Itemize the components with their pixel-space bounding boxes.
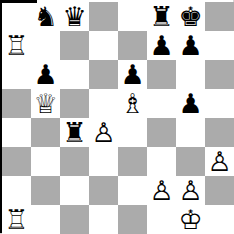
square-f4[interactable] bbox=[147, 118, 176, 147]
square-e5[interactable]: ♗ bbox=[118, 89, 147, 118]
chess-board: ♞♛♜♚♖♟♟♟♟♕♗♟♜♙♙♙♙♖♔ bbox=[2, 2, 234, 234]
square-h3[interactable]: ♙ bbox=[205, 147, 234, 176]
square-g6[interactable] bbox=[176, 60, 205, 89]
square-h7[interactable] bbox=[205, 31, 234, 60]
piece-white-pawn: ♙ bbox=[207, 147, 231, 176]
square-e3[interactable] bbox=[118, 147, 147, 176]
square-e4[interactable] bbox=[118, 118, 147, 147]
square-c7[interactable] bbox=[60, 31, 89, 60]
square-c3[interactable] bbox=[60, 147, 89, 176]
square-a7[interactable]: ♖ bbox=[2, 31, 31, 60]
square-b6[interactable]: ♟ bbox=[31, 60, 60, 89]
square-f3[interactable] bbox=[147, 147, 176, 176]
square-f8[interactable]: ♜ bbox=[147, 2, 176, 31]
piece-black-knight: ♞ bbox=[33, 2, 57, 31]
square-c1[interactable] bbox=[60, 205, 89, 234]
square-a6[interactable] bbox=[2, 60, 31, 89]
square-e2[interactable] bbox=[118, 176, 147, 205]
square-h4[interactable] bbox=[205, 118, 234, 147]
square-f2[interactable]: ♙ bbox=[147, 176, 176, 205]
square-f6[interactable] bbox=[147, 60, 176, 89]
square-c6[interactable] bbox=[60, 60, 89, 89]
square-b2[interactable] bbox=[31, 176, 60, 205]
square-a3[interactable] bbox=[2, 147, 31, 176]
square-g2[interactable]: ♙ bbox=[176, 176, 205, 205]
piece-black-rook: ♜ bbox=[62, 118, 86, 147]
square-g3[interactable] bbox=[176, 147, 205, 176]
piece-black-pawn: ♟ bbox=[120, 60, 144, 89]
square-a8[interactable] bbox=[2, 2, 31, 31]
square-b1[interactable] bbox=[31, 205, 60, 234]
square-d2[interactable] bbox=[89, 176, 118, 205]
square-h6[interactable] bbox=[205, 60, 234, 89]
square-d4[interactable]: ♙ bbox=[89, 118, 118, 147]
square-c5[interactable] bbox=[60, 89, 89, 118]
square-a4[interactable] bbox=[2, 118, 31, 147]
square-g1[interactable]: ♔ bbox=[176, 205, 205, 234]
square-e8[interactable] bbox=[118, 2, 147, 31]
piece-white-pawn: ♙ bbox=[178, 176, 202, 205]
piece-black-pawn: ♟ bbox=[33, 60, 57, 89]
piece-white-rook: ♖ bbox=[4, 31, 28, 60]
piece-black-king: ♚ bbox=[178, 2, 202, 31]
square-h5[interactable] bbox=[205, 89, 234, 118]
square-g8[interactable]: ♚ bbox=[176, 2, 205, 31]
square-e1[interactable] bbox=[118, 205, 147, 234]
piece-white-pawn: ♙ bbox=[91, 118, 115, 147]
board-frame-top-bar bbox=[0, 0, 37, 3]
square-a1[interactable]: ♖ bbox=[2, 205, 31, 234]
square-e7[interactable] bbox=[118, 31, 147, 60]
square-b5[interactable]: ♕ bbox=[31, 89, 60, 118]
square-d3[interactable] bbox=[89, 147, 118, 176]
piece-black-pawn: ♟ bbox=[178, 31, 202, 60]
piece-white-pawn: ♙ bbox=[149, 176, 173, 205]
square-d5[interactable] bbox=[89, 89, 118, 118]
square-h1[interactable] bbox=[205, 205, 234, 234]
square-g5[interactable]: ♟ bbox=[176, 89, 205, 118]
piece-white-rook: ♖ bbox=[4, 205, 28, 234]
square-b3[interactable] bbox=[31, 147, 60, 176]
piece-black-pawn: ♟ bbox=[149, 31, 173, 60]
square-d6[interactable] bbox=[89, 60, 118, 89]
square-e6[interactable]: ♟ bbox=[118, 60, 147, 89]
piece-white-queen: ♕ bbox=[33, 89, 57, 118]
square-g4[interactable] bbox=[176, 118, 205, 147]
square-b8[interactable]: ♞ bbox=[31, 2, 60, 31]
square-c8[interactable]: ♛ bbox=[60, 2, 89, 31]
square-a2[interactable] bbox=[2, 176, 31, 205]
piece-white-bishop: ♗ bbox=[120, 89, 144, 118]
square-h8[interactable] bbox=[205, 2, 234, 31]
piece-black-queen: ♛ bbox=[62, 2, 86, 31]
square-f7[interactable]: ♟ bbox=[147, 31, 176, 60]
square-c2[interactable] bbox=[60, 176, 89, 205]
square-a5[interactable] bbox=[2, 89, 31, 118]
square-f5[interactable] bbox=[147, 89, 176, 118]
square-h2[interactable] bbox=[205, 176, 234, 205]
piece-black-pawn: ♟ bbox=[178, 89, 202, 118]
piece-black-rook: ♜ bbox=[149, 2, 173, 31]
square-f1[interactable] bbox=[147, 205, 176, 234]
square-c4[interactable]: ♜ bbox=[60, 118, 89, 147]
square-d1[interactable] bbox=[89, 205, 118, 234]
square-d7[interactable] bbox=[89, 31, 118, 60]
square-d8[interactable] bbox=[89, 2, 118, 31]
piece-white-king: ♔ bbox=[178, 205, 202, 234]
square-b7[interactable] bbox=[31, 31, 60, 60]
square-g7[interactable]: ♟ bbox=[176, 31, 205, 60]
square-b4[interactable] bbox=[31, 118, 60, 147]
